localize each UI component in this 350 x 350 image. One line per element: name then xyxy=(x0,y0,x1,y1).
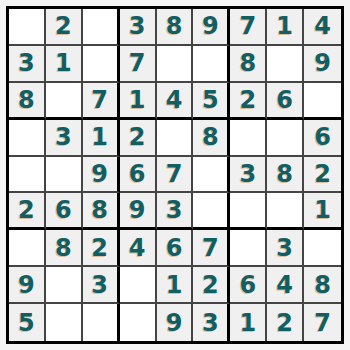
cell-r5c7[interactable] xyxy=(267,193,304,230)
cell-r4c4[interactable]: 7 xyxy=(157,157,194,194)
cell-r7c6[interactable]: 6 xyxy=(230,267,267,304)
cell-r5c8[interactable]: 1 xyxy=(304,193,341,230)
cell-r1c8[interactable]: 9 xyxy=(304,46,341,83)
cell-r2c2[interactable]: 7 xyxy=(83,83,120,120)
cell-r3c7[interactable] xyxy=(267,120,304,157)
cell-r5c3[interactable]: 9 xyxy=(120,193,157,230)
cell-r3c0[interactable] xyxy=(9,120,46,157)
cell-r4c7[interactable]: 8 xyxy=(267,157,304,194)
cell-r5c2[interactable]: 8 xyxy=(83,193,120,230)
cell-r0c1[interactable]: 2 xyxy=(46,9,83,46)
sudoku-widget: 2389714317898714526312869673822689318246… xyxy=(0,0,350,350)
cell-r8c2[interactable] xyxy=(83,304,120,341)
cell-r4c6[interactable]: 3 xyxy=(230,157,267,194)
cell-r0c0[interactable] xyxy=(9,9,46,46)
cell-r3c3[interactable]: 2 xyxy=(120,120,157,157)
cell-r6c5[interactable]: 7 xyxy=(193,230,230,267)
cell-r1c6[interactable]: 8 xyxy=(230,46,267,83)
cell-r4c2[interactable]: 9 xyxy=(83,157,120,194)
cell-r7c8[interactable]: 8 xyxy=(304,267,341,304)
cell-r6c3[interactable]: 4 xyxy=(120,230,157,267)
cell-r2c1[interactable] xyxy=(46,83,83,120)
cell-r3c6[interactable] xyxy=(230,120,267,157)
cell-r2c3[interactable]: 1 xyxy=(120,83,157,120)
cell-r0c2[interactable] xyxy=(83,9,120,46)
sudoku-board: 2389714317898714526312869673822689318246… xyxy=(6,6,344,344)
cell-r7c3[interactable] xyxy=(120,267,157,304)
cell-r7c2[interactable]: 3 xyxy=(83,267,120,304)
cell-r3c2[interactable]: 1 xyxy=(83,120,120,157)
cell-r8c6[interactable]: 1 xyxy=(230,304,267,341)
cell-r6c6[interactable] xyxy=(230,230,267,267)
cell-r5c0[interactable]: 2 xyxy=(9,193,46,230)
cell-r7c7[interactable]: 4 xyxy=(267,267,304,304)
cell-r3c5[interactable]: 8 xyxy=(193,120,230,157)
cell-r7c4[interactable]: 1 xyxy=(157,267,194,304)
cell-r8c7[interactable]: 2 xyxy=(267,304,304,341)
cell-r1c2[interactable] xyxy=(83,46,120,83)
cell-r2c0[interactable]: 8 xyxy=(9,83,46,120)
cell-r0c5[interactable]: 9 xyxy=(193,9,230,46)
cell-r8c1[interactable] xyxy=(46,304,83,341)
cell-r4c5[interactable] xyxy=(193,157,230,194)
cell-r1c1[interactable]: 1 xyxy=(46,46,83,83)
cell-r8c0[interactable]: 5 xyxy=(9,304,46,341)
cell-r2c5[interactable]: 5 xyxy=(193,83,230,120)
cell-r0c8[interactable]: 4 xyxy=(304,9,341,46)
cell-r6c1[interactable]: 8 xyxy=(46,230,83,267)
cell-r1c5[interactable] xyxy=(193,46,230,83)
cell-r5c5[interactable] xyxy=(193,193,230,230)
cell-r0c3[interactable]: 3 xyxy=(120,9,157,46)
cell-r0c7[interactable]: 1 xyxy=(267,9,304,46)
cell-r3c8[interactable]: 6 xyxy=(304,120,341,157)
cell-r3c4[interactable] xyxy=(157,120,194,157)
cell-r4c0[interactable] xyxy=(9,157,46,194)
cell-r4c3[interactable]: 6 xyxy=(120,157,157,194)
cell-r7c5[interactable]: 2 xyxy=(193,267,230,304)
cell-r7c1[interactable] xyxy=(46,267,83,304)
cell-r5c1[interactable]: 6 xyxy=(46,193,83,230)
cell-r5c6[interactable] xyxy=(230,193,267,230)
cell-r4c1[interactable] xyxy=(46,157,83,194)
cell-r8c8[interactable]: 7 xyxy=(304,304,341,341)
cell-r6c0[interactable] xyxy=(9,230,46,267)
cell-r5c4[interactable]: 3 xyxy=(157,193,194,230)
cell-r6c4[interactable]: 6 xyxy=(157,230,194,267)
cell-r6c7[interactable]: 3 xyxy=(267,230,304,267)
cell-r2c6[interactable]: 2 xyxy=(230,83,267,120)
cell-r1c3[interactable]: 7 xyxy=(120,46,157,83)
cell-r1c0[interactable]: 3 xyxy=(9,46,46,83)
cell-r6c8[interactable] xyxy=(304,230,341,267)
cell-r0c4[interactable]: 8 xyxy=(157,9,194,46)
cell-r8c3[interactable] xyxy=(120,304,157,341)
cell-r8c4[interactable]: 9 xyxy=(157,304,194,341)
cell-r2c8[interactable] xyxy=(304,83,341,120)
cell-r1c4[interactable] xyxy=(157,46,194,83)
cell-r2c4[interactable]: 4 xyxy=(157,83,194,120)
cell-r2c7[interactable]: 6 xyxy=(267,83,304,120)
cell-r6c2[interactable]: 2 xyxy=(83,230,120,267)
cell-r3c1[interactable]: 3 xyxy=(46,120,83,157)
cell-r1c7[interactable] xyxy=(267,46,304,83)
cell-r4c8[interactable]: 2 xyxy=(304,157,341,194)
cell-r7c0[interactable]: 9 xyxy=(9,267,46,304)
cell-r0c6[interactable]: 7 xyxy=(230,9,267,46)
cell-r8c5[interactable]: 3 xyxy=(193,304,230,341)
